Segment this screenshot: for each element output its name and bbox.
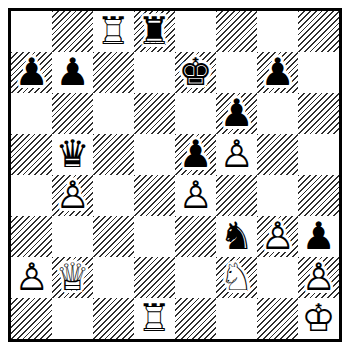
white-queen: ♛♕ [52,257,93,298]
square-a7[interactable]: ♟♟ [11,52,52,93]
square-e7[interactable]: ♚♚ [175,52,216,93]
white-rook: ♜♖ [134,298,175,339]
square-d8[interactable]: ♜♜ [134,11,175,52]
white-pawn: ♟♙ [257,216,298,257]
square-b8[interactable] [52,11,93,52]
square-c2[interactable] [93,257,134,298]
square-h2[interactable]: ♟♙ [298,257,339,298]
square-a5[interactable] [11,134,52,175]
square-e4[interactable]: ♟♙ [175,175,216,216]
square-f7[interactable] [216,52,257,93]
square-h6[interactable] [298,93,339,134]
white-rook: ♜♖ [93,11,134,52]
square-a2[interactable]: ♟♙ [11,257,52,298]
white-pawn: ♟♙ [52,175,93,216]
square-b4[interactable]: ♟♙ [52,175,93,216]
square-g7[interactable]: ♟♟ [257,52,298,93]
square-h1[interactable]: ♚♔ [298,298,339,339]
black-pawn: ♟♟ [175,134,216,175]
square-f8[interactable] [216,11,257,52]
black-pawn: ♟♟ [257,52,298,93]
square-g5[interactable] [257,134,298,175]
white-king: ♚♔ [298,298,339,339]
square-f1[interactable] [216,298,257,339]
white-pawn: ♟♙ [298,257,339,298]
square-c8[interactable]: ♜♖ [93,11,134,52]
black-queen: ♛♛ [52,134,93,175]
square-d1[interactable]: ♜♖ [134,298,175,339]
square-a1[interactable] [11,298,52,339]
square-g6[interactable] [257,93,298,134]
square-c3[interactable] [93,216,134,257]
square-c5[interactable] [93,134,134,175]
white-knight: ♞♘ [216,257,257,298]
black-king: ♚♚ [175,52,216,93]
square-f2[interactable]: ♞♘ [216,257,257,298]
white-pawn: ♟♙ [175,175,216,216]
square-f4[interactable] [216,175,257,216]
white-pawn: ♟♙ [216,134,257,175]
square-g8[interactable] [257,11,298,52]
white-pawn: ♟♙ [11,257,52,298]
square-c4[interactable] [93,175,134,216]
black-pawn: ♟♟ [216,93,257,134]
square-d4[interactable] [134,175,175,216]
black-rook: ♜♜ [134,11,175,52]
black-knight: ♞♞ [216,216,257,257]
square-b3[interactable] [52,216,93,257]
square-g4[interactable] [257,175,298,216]
square-a8[interactable] [11,11,52,52]
square-b6[interactable] [52,93,93,134]
square-f5[interactable]: ♟♙ [216,134,257,175]
square-h3[interactable]: ♟♟ [298,216,339,257]
board-frame: ♜♖♜♜♟♟♟♟♚♚♟♟♟♟♛♛♟♟♟♙♟♙♟♙♞♞♟♙♟♟♟♙♛♕♞♘♟♙♜♖… [8,8,342,342]
chess-board: ♜♖♜♜♟♟♟♟♚♚♟♟♟♟♛♛♟♟♟♙♟♙♟♙♞♞♟♙♟♟♟♙♛♕♞♘♟♙♜♖… [11,11,339,339]
square-b2[interactable]: ♛♕ [52,257,93,298]
square-e6[interactable] [175,93,216,134]
black-pawn: ♟♟ [52,52,93,93]
square-e8[interactable] [175,11,216,52]
square-d6[interactable] [134,93,175,134]
black-pawn: ♟♟ [298,216,339,257]
square-b5[interactable]: ♛♛ [52,134,93,175]
square-d3[interactable] [134,216,175,257]
square-h8[interactable] [298,11,339,52]
square-g2[interactable] [257,257,298,298]
square-f6[interactable]: ♟♟ [216,93,257,134]
square-h7[interactable] [298,52,339,93]
square-b1[interactable] [52,298,93,339]
square-a4[interactable] [11,175,52,216]
square-g3[interactable]: ♟♙ [257,216,298,257]
square-a6[interactable] [11,93,52,134]
square-d7[interactable] [134,52,175,93]
square-e1[interactable] [175,298,216,339]
square-a3[interactable] [11,216,52,257]
square-d2[interactable] [134,257,175,298]
square-d5[interactable] [134,134,175,175]
square-c7[interactable] [93,52,134,93]
square-f3[interactable]: ♞♞ [216,216,257,257]
square-e5[interactable]: ♟♟ [175,134,216,175]
square-e3[interactable] [175,216,216,257]
square-b7[interactable]: ♟♟ [52,52,93,93]
square-h4[interactable] [298,175,339,216]
square-c6[interactable] [93,93,134,134]
square-g1[interactable] [257,298,298,339]
square-h5[interactable] [298,134,339,175]
square-c1[interactable] [93,298,134,339]
black-pawn: ♟♟ [11,52,52,93]
square-e2[interactable] [175,257,216,298]
chess-diagram: ♜♖♜♜♟♟♟♟♚♚♟♟♟♟♛♛♟♟♟♙♟♙♟♙♞♞♟♙♟♟♟♙♛♕♞♘♟♙♜♖… [0,0,350,350]
